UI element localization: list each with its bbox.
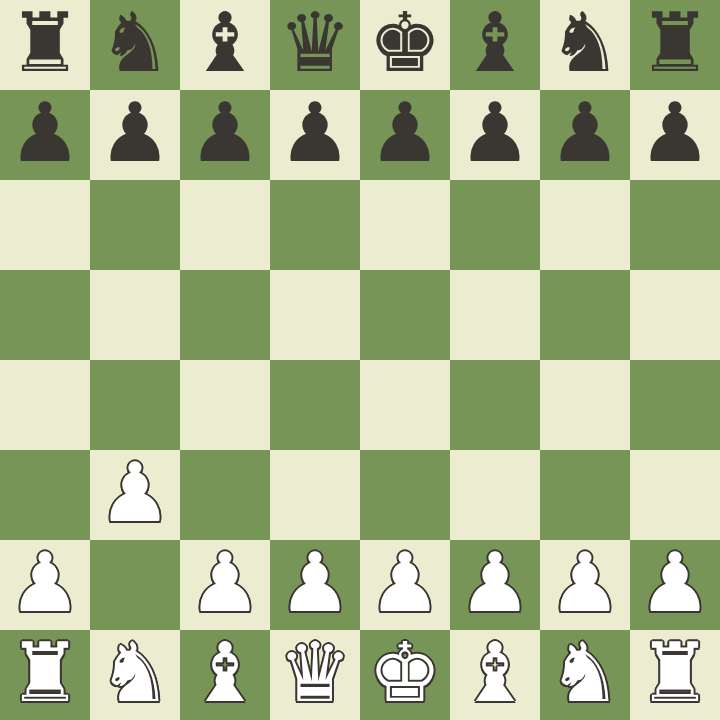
square-f3[interactable] xyxy=(450,450,540,540)
square-f5[interactable] xyxy=(450,270,540,360)
square-d1[interactable]: ♛ xyxy=(270,630,360,720)
piece-white-pawn[interactable]: ♟ xyxy=(98,450,172,538)
square-c5[interactable] xyxy=(180,270,270,360)
square-g5[interactable] xyxy=(540,270,630,360)
square-a8[interactable]: ♜ xyxy=(0,0,90,90)
square-f4[interactable] xyxy=(450,360,540,450)
piece-black-pawn[interactable]: ♟ xyxy=(98,90,172,178)
square-e7[interactable]: ♟ xyxy=(360,90,450,180)
square-g6[interactable] xyxy=(540,180,630,270)
square-g4[interactable] xyxy=(540,360,630,450)
square-b6[interactable] xyxy=(90,180,180,270)
square-d7[interactable]: ♟ xyxy=(270,90,360,180)
square-h2[interactable]: ♟ xyxy=(630,540,720,630)
piece-black-pawn[interactable]: ♟ xyxy=(278,90,352,178)
square-d4[interactable] xyxy=(270,360,360,450)
square-h5[interactable] xyxy=(630,270,720,360)
piece-black-knight[interactable]: ♞ xyxy=(548,0,622,88)
chess-board: ♜♞♝♛♚♝♞♜♟♟♟♟♟♟♟♟♟♟♟♟♟♟♟♟♜♞♝♛♚♝♞♜ xyxy=(0,0,720,720)
square-c3[interactable] xyxy=(180,450,270,540)
piece-black-king[interactable]: ♚ xyxy=(368,0,442,88)
square-e6[interactable] xyxy=(360,180,450,270)
piece-white-knight[interactable]: ♞ xyxy=(98,630,172,718)
piece-black-pawn[interactable]: ♟ xyxy=(188,90,262,178)
square-h7[interactable]: ♟ xyxy=(630,90,720,180)
square-g8[interactable]: ♞ xyxy=(540,0,630,90)
piece-white-pawn[interactable]: ♟ xyxy=(188,540,262,628)
piece-white-rook[interactable]: ♜ xyxy=(638,630,712,718)
square-f7[interactable]: ♟ xyxy=(450,90,540,180)
square-d2[interactable]: ♟ xyxy=(270,540,360,630)
square-e4[interactable] xyxy=(360,360,450,450)
square-c6[interactable] xyxy=(180,180,270,270)
piece-white-bishop[interactable]: ♝ xyxy=(188,630,262,718)
piece-white-pawn[interactable]: ♟ xyxy=(638,540,712,628)
piece-white-queen[interactable]: ♛ xyxy=(278,630,352,718)
square-b5[interactable] xyxy=(90,270,180,360)
square-c1[interactable]: ♝ xyxy=(180,630,270,720)
piece-white-knight[interactable]: ♞ xyxy=(548,630,622,718)
square-g7[interactable]: ♟ xyxy=(540,90,630,180)
square-g3[interactable] xyxy=(540,450,630,540)
square-h8[interactable]: ♜ xyxy=(630,0,720,90)
square-c8[interactable]: ♝ xyxy=(180,0,270,90)
square-h4[interactable] xyxy=(630,360,720,450)
square-e8[interactable]: ♚ xyxy=(360,0,450,90)
piece-black-rook[interactable]: ♜ xyxy=(638,0,712,88)
square-c2[interactable]: ♟ xyxy=(180,540,270,630)
square-h3[interactable] xyxy=(630,450,720,540)
piece-black-bishop[interactable]: ♝ xyxy=(188,0,262,88)
square-f2[interactable]: ♟ xyxy=(450,540,540,630)
piece-black-pawn[interactable]: ♟ xyxy=(368,90,442,178)
square-e5[interactable] xyxy=(360,270,450,360)
square-a5[interactable] xyxy=(0,270,90,360)
square-f1[interactable]: ♝ xyxy=(450,630,540,720)
piece-white-pawn[interactable]: ♟ xyxy=(278,540,352,628)
piece-white-rook[interactable]: ♜ xyxy=(8,630,82,718)
piece-black-pawn[interactable]: ♟ xyxy=(458,90,532,178)
square-a4[interactable] xyxy=(0,360,90,450)
square-g1[interactable]: ♞ xyxy=(540,630,630,720)
square-e1[interactable]: ♚ xyxy=(360,630,450,720)
square-h6[interactable] xyxy=(630,180,720,270)
square-d5[interactable] xyxy=(270,270,360,360)
piece-black-rook[interactable]: ♜ xyxy=(8,0,82,88)
piece-black-pawn[interactable]: ♟ xyxy=(8,90,82,178)
square-a3[interactable] xyxy=(0,450,90,540)
square-d6[interactable] xyxy=(270,180,360,270)
piece-white-pawn[interactable]: ♟ xyxy=(8,540,82,628)
piece-black-queen[interactable]: ♛ xyxy=(278,0,352,88)
square-b3[interactable]: ♟ xyxy=(90,450,180,540)
piece-white-pawn[interactable]: ♟ xyxy=(458,540,532,628)
square-f8[interactable]: ♝ xyxy=(450,0,540,90)
square-b2[interactable] xyxy=(90,540,180,630)
piece-black-knight[interactable]: ♞ xyxy=(98,0,172,88)
square-a7[interactable]: ♟ xyxy=(0,90,90,180)
square-b1[interactable]: ♞ xyxy=(90,630,180,720)
square-f6[interactable] xyxy=(450,180,540,270)
square-e2[interactable]: ♟ xyxy=(360,540,450,630)
square-e3[interactable] xyxy=(360,450,450,540)
piece-white-bishop[interactable]: ♝ xyxy=(458,630,532,718)
piece-white-pawn[interactable]: ♟ xyxy=(368,540,442,628)
square-a6[interactable] xyxy=(0,180,90,270)
square-c4[interactable] xyxy=(180,360,270,450)
square-a1[interactable]: ♜ xyxy=(0,630,90,720)
square-c7[interactable]: ♟ xyxy=(180,90,270,180)
piece-white-pawn[interactable]: ♟ xyxy=(548,540,622,628)
square-h1[interactable]: ♜ xyxy=(630,630,720,720)
square-b8[interactable]: ♞ xyxy=(90,0,180,90)
square-d8[interactable]: ♛ xyxy=(270,0,360,90)
square-d3[interactable] xyxy=(270,450,360,540)
square-b7[interactable]: ♟ xyxy=(90,90,180,180)
piece-white-king[interactable]: ♚ xyxy=(368,630,442,718)
square-b4[interactable] xyxy=(90,360,180,450)
piece-black-bishop[interactable]: ♝ xyxy=(458,0,532,88)
piece-black-pawn[interactable]: ♟ xyxy=(548,90,622,178)
square-a2[interactable]: ♟ xyxy=(0,540,90,630)
square-g2[interactable]: ♟ xyxy=(540,540,630,630)
piece-black-pawn[interactable]: ♟ xyxy=(638,90,712,178)
